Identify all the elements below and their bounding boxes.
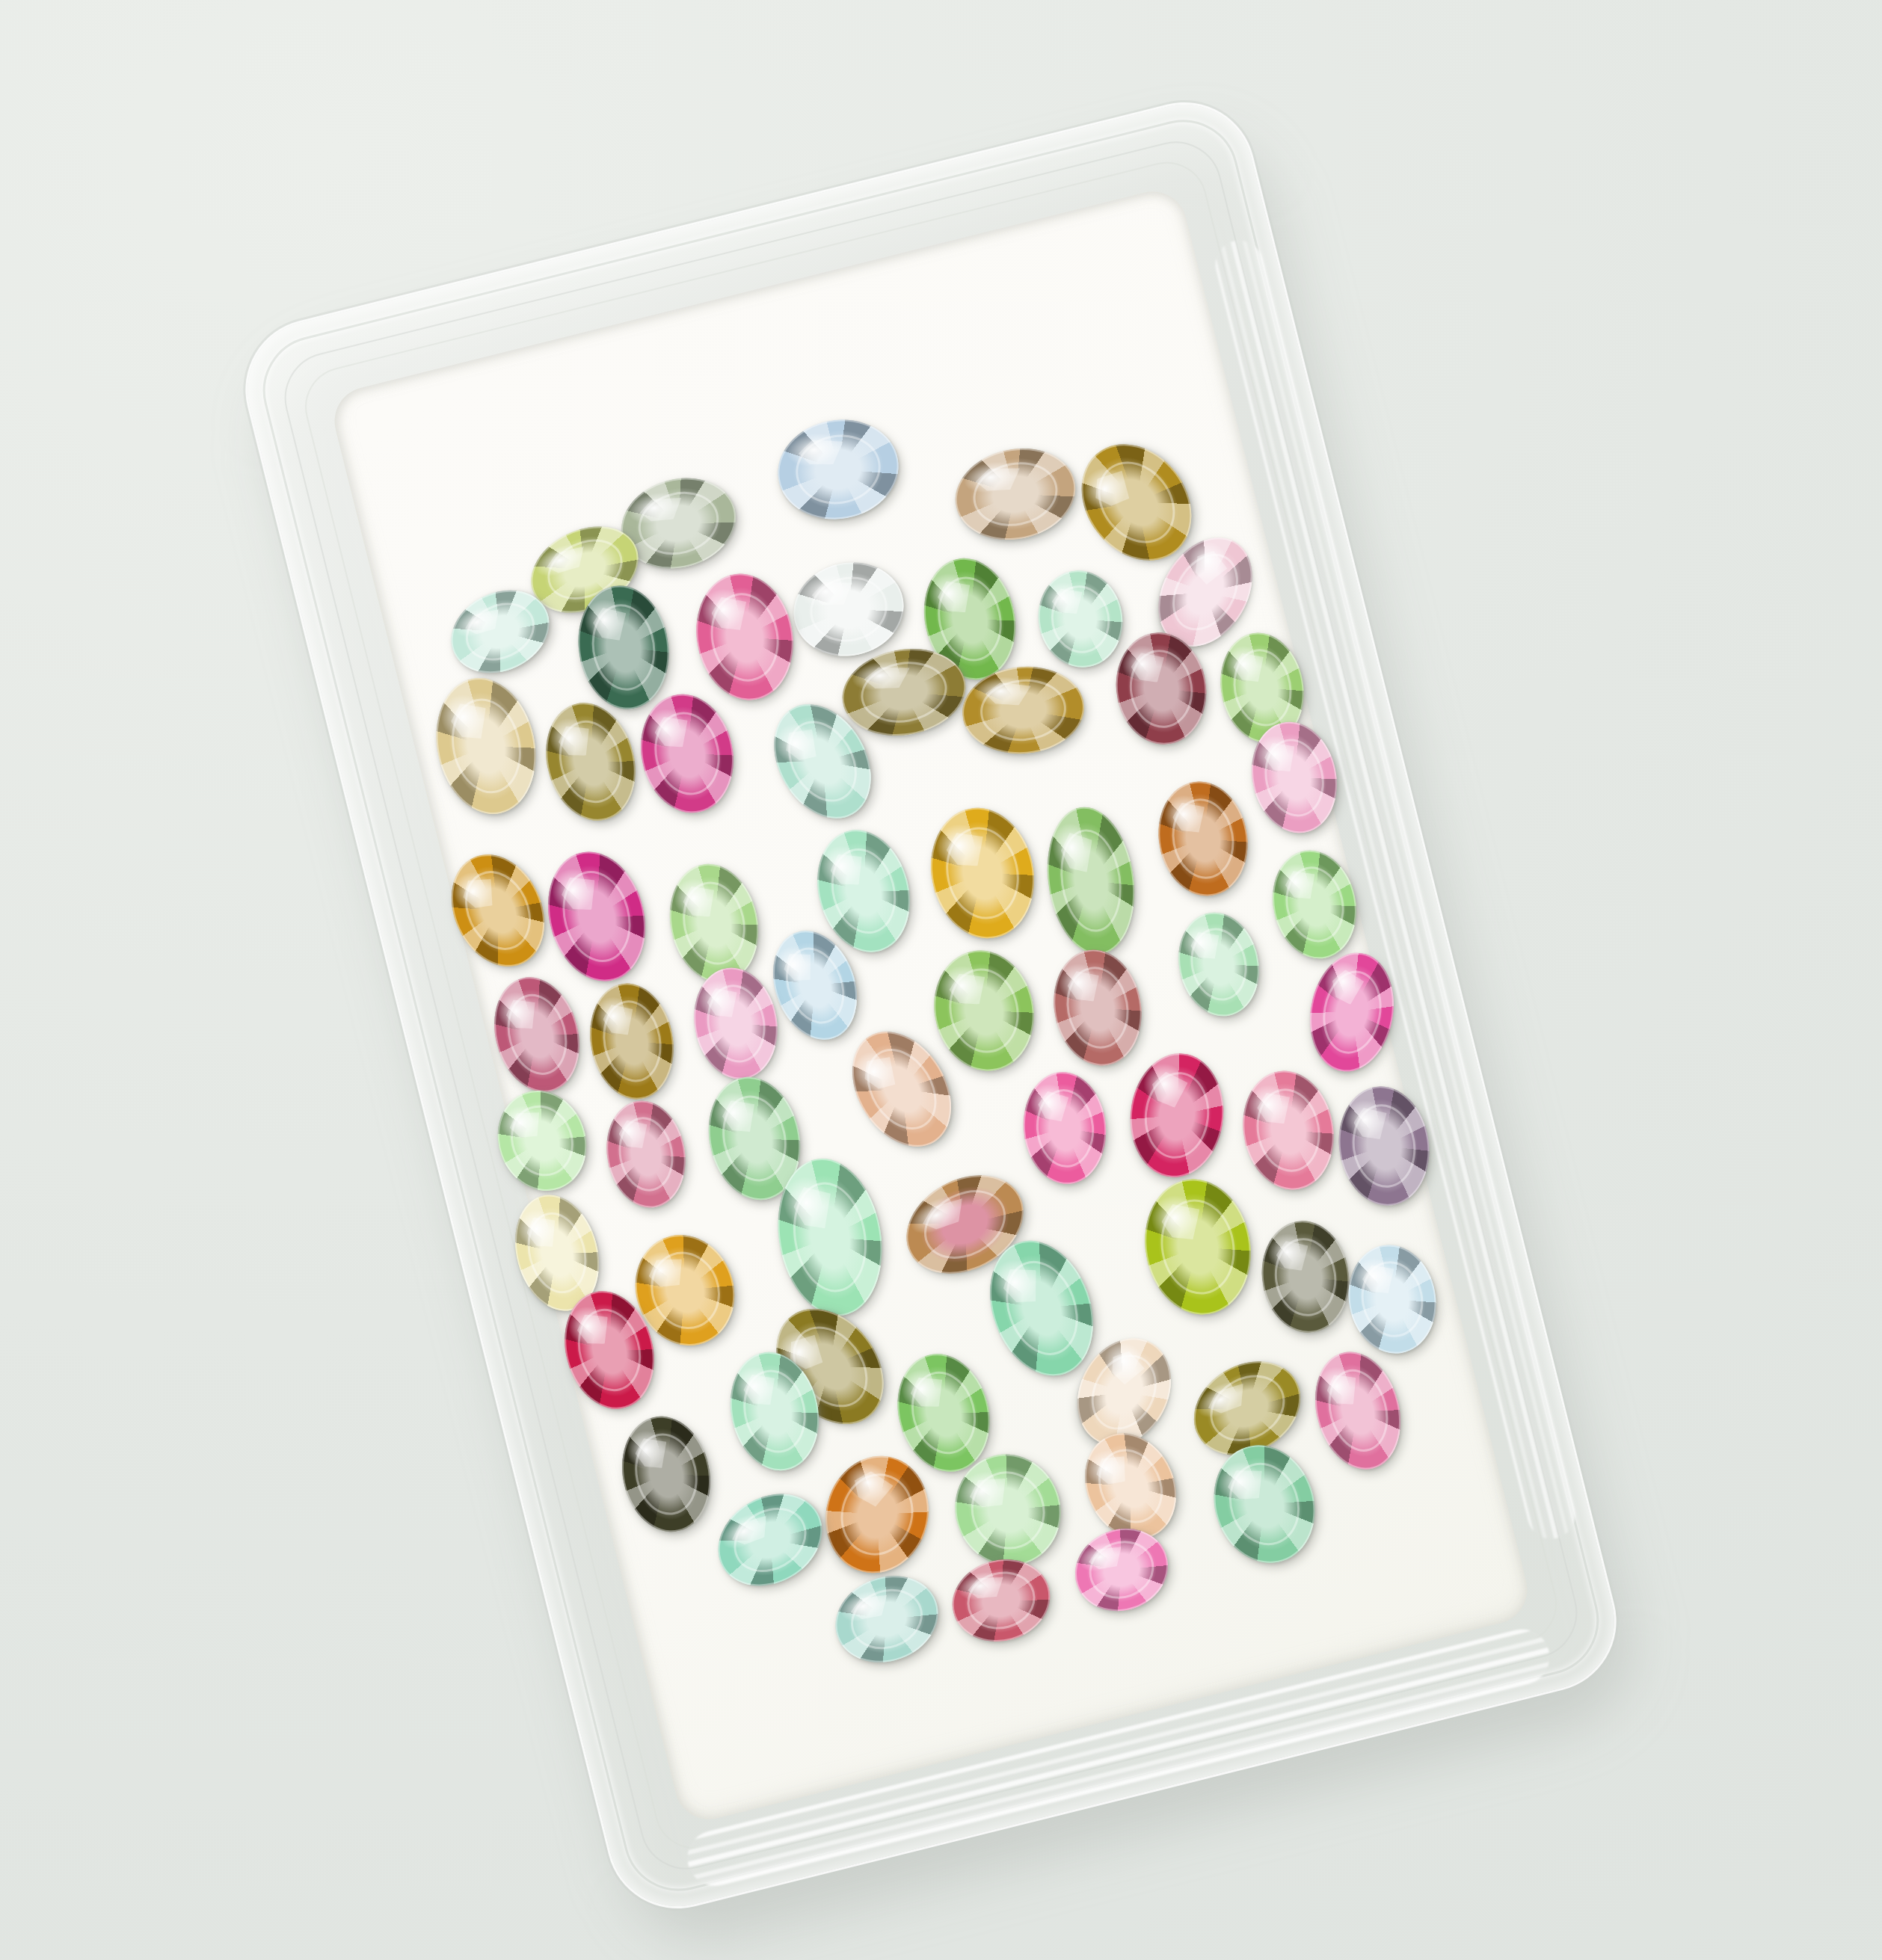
gem-dark-olive: [1255, 1215, 1356, 1339]
gem-layer: [0, 0, 1882, 1960]
gem-amber: [581, 977, 682, 1106]
gem-facet-ring: [930, 570, 1009, 668]
gem-facet-ring: [853, 1036, 950, 1142]
gem-bright-pink-sm: [1063, 1516, 1179, 1624]
gem-facet-ring: [902, 1364, 985, 1461]
gem-facet-ring: [968, 454, 1063, 534]
gem-facet-ring: [628, 1428, 704, 1520]
gem-facet-ring: [960, 1461, 1056, 1559]
gem-facet-ring: [993, 1251, 1090, 1365]
gem-facet-ring: [775, 709, 870, 813]
photo-canvas: [0, 0, 1882, 1960]
gem-facet-ring: [822, 841, 905, 941]
gem-bright-pink: [686, 566, 803, 708]
gem-facet-ring: [804, 570, 893, 649]
gem-facet-ring: [736, 1364, 814, 1458]
gem-magenta-2: [1301, 946, 1403, 1079]
gem-facet-ring: [1087, 1439, 1175, 1534]
gem-facet-ring: [856, 656, 952, 730]
gem-pale-mint: [1031, 564, 1131, 674]
gem-seafoam-2: [701, 1476, 838, 1604]
gem-facet-ring: [1219, 1453, 1310, 1554]
gem-facet-ring: [790, 428, 886, 511]
gem-yellow-champagne: [424, 668, 547, 823]
gem-facet-ring: [502, 1097, 583, 1184]
gem-facet-ring: [715, 1089, 794, 1187]
gem-orange: [813, 1444, 941, 1585]
gem-white-clear: [785, 552, 913, 666]
gem-facet-ring: [553, 863, 640, 970]
gem-deep-magenta: [534, 841, 659, 993]
gem-light-pink: [686, 961, 786, 1086]
gem-mint-light: [1169, 905, 1269, 1024]
gem-ice-blue-2: [1340, 1238, 1445, 1360]
gem-sea-green: [1199, 1432, 1330, 1577]
gem-rose-brown: [1045, 943, 1150, 1073]
gem-bright-pink-2: [1019, 1068, 1111, 1187]
gem-orange-brown: [1150, 774, 1257, 903]
gem-light-green-4: [1263, 842, 1366, 967]
gem-purple-mauve: [1331, 1080, 1436, 1211]
gem-facet-ring: [648, 706, 728, 801]
gem-facet-ring: [775, 939, 855, 1032]
gem-citrine-gold: [434, 839, 562, 981]
gem-facet-ring: [550, 713, 630, 810]
gem-rose-sm: [598, 1094, 693, 1214]
gem-olive-2: [533, 693, 648, 831]
gem-ice-blue: [770, 410, 906, 528]
gem-facet-ring: [1184, 922, 1254, 1005]
gem-facet-ring: [1258, 733, 1332, 822]
gem-peridot: [1134, 1171, 1261, 1323]
gem-facet-ring: [1082, 446, 1190, 558]
gem-facet-ring: [443, 692, 529, 801]
gem-champagne: [947, 437, 1083, 550]
gem-green-med: [923, 941, 1045, 1080]
gem-facet-ring: [961, 1565, 1042, 1637]
gem-pink-4: [1303, 1342, 1413, 1479]
gem-magenta: [630, 685, 745, 822]
gem-facet-ring: [1081, 1532, 1163, 1607]
gem-facet-ring: [1279, 861, 1351, 948]
gem-facet-ring: [456, 592, 544, 671]
gem-facet-ring: [941, 962, 1027, 1059]
gem-green-long: [1039, 801, 1143, 960]
gem-light-green-3: [659, 856, 769, 991]
gem-aqua-blue-3: [823, 1562, 950, 1676]
gem-facet-ring: [569, 1301, 649, 1398]
gem-facet-ring: [843, 1579, 932, 1659]
gem-facet-ring: [519, 1206, 595, 1300]
gem-facet-ring: [631, 483, 725, 564]
gem-facet-ring: [499, 987, 576, 1081]
gem-facet-ring: [453, 860, 543, 960]
gem-rose-pink: [1234, 1064, 1343, 1197]
gem-facet-ring: [639, 1242, 730, 1339]
gem-pale-green-sm: [484, 1078, 600, 1203]
gem-facet-ring: [676, 876, 753, 970]
gem-facet-ring: [938, 821, 1027, 925]
gem-rose-red-sm: [943, 1549, 1059, 1652]
gem-dark-rose: [482, 967, 592, 1101]
gem-facet-ring: [1319, 1363, 1396, 1458]
gem-rubellite: [1125, 1049, 1230, 1182]
gem-bright-yellow: [919, 798, 1046, 948]
gem-dark-olive-2: [612, 1408, 721, 1541]
